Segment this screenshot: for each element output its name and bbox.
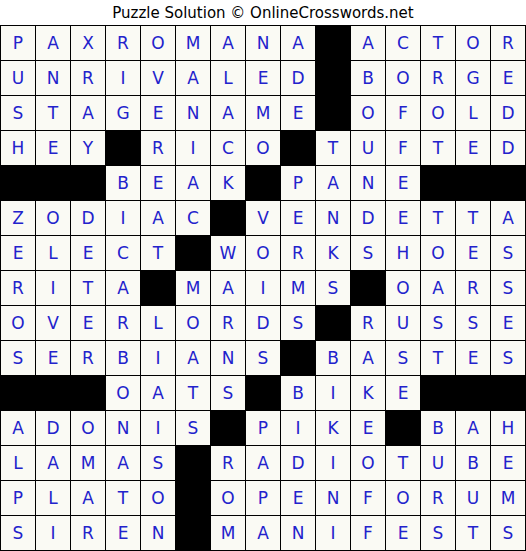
letter-cell: I — [106, 201, 140, 235]
letter-cell: I — [106, 61, 140, 95]
letter-cell: A — [176, 61, 210, 95]
letter-cell: N — [141, 516, 175, 550]
block-cell — [141, 271, 175, 305]
block-cell — [211, 411, 245, 445]
block-cell — [176, 516, 210, 550]
letter-cell: A — [246, 516, 280, 550]
letter-cell: L — [1, 446, 35, 480]
letter-cell: E — [106, 516, 140, 550]
letter-cell: T — [71, 271, 105, 305]
letter-cell: D — [491, 131, 525, 165]
letter-cell: O — [421, 236, 455, 270]
letter-cell: M — [281, 271, 315, 305]
block-cell — [421, 166, 455, 200]
letter-cell: T — [456, 201, 490, 235]
letter-cell: O — [386, 481, 420, 515]
letter-cell: D — [491, 96, 525, 130]
letter-cell: Y — [71, 131, 105, 165]
letter-cell: E — [456, 341, 490, 375]
letter-cell: T — [421, 201, 455, 235]
letter-cell: D — [246, 306, 280, 340]
letter-cell: R — [211, 446, 245, 480]
letter-cell: S — [491, 271, 525, 305]
letter-cell: T — [36, 96, 70, 130]
letter-cell: O — [71, 411, 105, 445]
letter-cell: S — [141, 446, 175, 480]
block-cell — [456, 376, 490, 410]
letter-cell: F — [386, 131, 420, 165]
block-cell — [176, 446, 210, 480]
letter-cell: I — [316, 376, 350, 410]
letter-cell: S — [491, 341, 525, 375]
block-cell — [176, 236, 210, 270]
letter-cell: G — [106, 96, 140, 130]
letter-cell: I — [141, 341, 175, 375]
letter-cell: S — [1, 96, 35, 130]
letter-cell: I — [316, 446, 350, 480]
letter-cell: E — [281, 201, 315, 235]
block-cell — [71, 376, 105, 410]
block-cell — [421, 376, 455, 410]
letter-cell: S — [491, 516, 525, 550]
letter-cell: R — [71, 516, 105, 550]
letter-cell: A — [141, 376, 175, 410]
letter-cell: O — [456, 26, 490, 60]
block-cell — [246, 376, 280, 410]
letter-cell: A — [246, 446, 280, 480]
letter-cell: P — [281, 166, 315, 200]
letter-cell: N — [281, 516, 315, 550]
letter-cell: B — [351, 61, 385, 95]
letter-cell: L — [36, 236, 70, 270]
letter-cell: L — [141, 306, 175, 340]
letter-cell: U — [421, 446, 455, 480]
letter-cell: N — [316, 201, 350, 235]
letter-cell: V — [36, 306, 70, 340]
letter-cell: S — [1, 516, 35, 550]
letter-cell: A — [106, 446, 140, 480]
letter-cell: A — [456, 411, 490, 445]
letter-cell: P — [246, 481, 280, 515]
letter-cell: M — [491, 481, 525, 515]
letter-cell: M — [246, 96, 280, 130]
letter-cell: N — [316, 481, 350, 515]
letter-cell: O — [141, 26, 175, 60]
letter-cell: H — [386, 236, 420, 270]
letter-cell: E — [456, 131, 490, 165]
letter-cell: O — [246, 131, 280, 165]
letter-cell: R — [1, 271, 35, 305]
letter-cell: L — [36, 481, 70, 515]
letter-cell: T — [316, 131, 350, 165]
letter-cell: N — [351, 166, 385, 200]
letter-cell: R — [106, 26, 140, 60]
letter-cell: O — [351, 446, 385, 480]
letter-cell: T — [421, 26, 455, 60]
letter-cell: R — [456, 271, 490, 305]
letter-cell: T — [141, 236, 175, 270]
letter-cell: R — [71, 61, 105, 95]
letter-cell: I — [281, 411, 315, 445]
letter-cell: E — [386, 201, 420, 235]
letter-cell: E — [36, 131, 70, 165]
letter-cell: I — [316, 516, 350, 550]
letter-cell: U — [351, 131, 385, 165]
letter-cell: S — [211, 376, 245, 410]
block-cell — [246, 166, 280, 200]
letter-cell: A — [36, 446, 70, 480]
block-cell — [316, 96, 350, 130]
letter-cell: I — [176, 131, 210, 165]
letter-cell: N — [211, 341, 245, 375]
letter-cell: R — [421, 481, 455, 515]
letter-cell: R — [351, 306, 385, 340]
letter-cell: S — [456, 306, 490, 340]
letter-cell: A — [71, 481, 105, 515]
letter-cell: E — [491, 306, 525, 340]
letter-cell: R — [71, 341, 105, 375]
letter-cell: S — [316, 271, 350, 305]
letter-cell: O — [1, 306, 35, 340]
letter-cell: E — [246, 61, 280, 95]
block-cell — [316, 306, 350, 340]
letter-cell: L — [456, 96, 490, 130]
letter-cell: A — [176, 341, 210, 375]
block-cell — [491, 376, 525, 410]
letter-cell: O — [141, 481, 175, 515]
letter-cell: U — [386, 306, 420, 340]
letter-cell: E — [491, 61, 525, 95]
letter-cell: R — [211, 306, 245, 340]
letter-cell: A — [141, 201, 175, 235]
block-cell — [1, 166, 35, 200]
letter-cell: P — [246, 411, 280, 445]
letter-cell: P — [1, 481, 35, 515]
letter-cell: S — [421, 306, 455, 340]
letter-cell: K — [351, 376, 385, 410]
letter-cell: A — [1, 411, 35, 445]
block-cell — [211, 201, 245, 235]
letter-cell: Z — [1, 201, 35, 235]
letter-cell: O — [421, 96, 455, 130]
letter-cell: S — [246, 341, 280, 375]
letter-cell: A — [491, 201, 525, 235]
letter-cell: A — [71, 96, 105, 130]
letter-cell: R — [106, 306, 140, 340]
letter-cell: O — [386, 61, 420, 95]
letter-cell: N — [106, 411, 140, 445]
block-cell — [316, 61, 350, 95]
letter-cell: E — [386, 166, 420, 200]
letter-cell: A — [106, 271, 140, 305]
letter-cell: X — [71, 26, 105, 60]
block-cell — [386, 411, 420, 445]
letter-cell: O — [211, 481, 245, 515]
letter-cell: M — [176, 271, 210, 305]
letter-cell: I — [36, 516, 70, 550]
letter-cell: E — [281, 481, 315, 515]
letter-cell: E — [36, 341, 70, 375]
letter-cell: B — [106, 341, 140, 375]
letter-cell: S — [386, 341, 420, 375]
block-cell — [36, 166, 70, 200]
block-cell — [176, 481, 210, 515]
letter-cell: A — [316, 166, 350, 200]
crossword-solution-page: Puzzle Solution © OnlineCrosswords.net P… — [0, 0, 526, 551]
letter-cell: S — [281, 306, 315, 340]
letter-cell: T — [106, 481, 140, 515]
letter-cell: E — [456, 236, 490, 270]
letter-cell: O — [351, 96, 385, 130]
block-cell — [316, 26, 350, 60]
letter-cell: S — [176, 411, 210, 445]
letter-cell: O — [106, 376, 140, 410]
letter-cell: N — [36, 61, 70, 95]
letter-cell: H — [491, 411, 525, 445]
letter-cell: A — [421, 271, 455, 305]
letter-cell: A — [351, 341, 385, 375]
letter-cell: I — [246, 271, 280, 305]
letter-cell: V — [246, 201, 280, 235]
letter-cell: A — [176, 166, 210, 200]
letter-cell: B — [421, 411, 455, 445]
letter-cell: K — [316, 411, 350, 445]
letter-cell: O — [386, 271, 420, 305]
letter-cell: R — [141, 131, 175, 165]
letter-cell: D — [281, 61, 315, 95]
letter-cell: A — [211, 26, 245, 60]
letter-cell: C — [106, 236, 140, 270]
letter-cell: E — [491, 446, 525, 480]
letter-cell: M — [211, 516, 245, 550]
letter-cell: O — [36, 201, 70, 235]
letter-cell: T — [176, 376, 210, 410]
block-cell — [36, 376, 70, 410]
letter-cell: A — [211, 96, 245, 130]
letter-cell: E — [386, 516, 420, 550]
letter-cell: D — [36, 411, 70, 445]
letter-cell: K — [211, 166, 245, 200]
letter-cell: W — [211, 236, 245, 270]
letter-cell: S — [491, 236, 525, 270]
letter-cell: I — [141, 411, 175, 445]
letter-cell: V — [141, 61, 175, 95]
letter-cell: M — [71, 446, 105, 480]
letter-cell: U — [1, 61, 35, 95]
letter-cell: U — [456, 481, 490, 515]
letter-cell: F — [351, 516, 385, 550]
block-cell — [71, 166, 105, 200]
letter-cell: B — [316, 341, 350, 375]
page-title: Puzzle Solution © OnlineCrosswords.net — [0, 0, 526, 25]
letter-cell: K — [316, 236, 350, 270]
letter-cell: E — [351, 411, 385, 445]
letter-cell: A — [211, 271, 245, 305]
letter-cell: E — [141, 166, 175, 200]
letter-cell: F — [386, 96, 420, 130]
block-cell — [491, 166, 525, 200]
letter-cell: A — [36, 26, 70, 60]
letter-cell: D — [351, 201, 385, 235]
letter-cell: O — [176, 306, 210, 340]
letter-cell: C — [176, 201, 210, 235]
letter-cell: T — [456, 516, 490, 550]
letter-cell: T — [386, 446, 420, 480]
letter-cell: R — [491, 26, 525, 60]
letter-cell: D — [281, 446, 315, 480]
letter-cell: B — [456, 446, 490, 480]
letter-cell: N — [246, 26, 280, 60]
letter-cell: S — [1, 341, 35, 375]
letter-cell: T — [421, 131, 455, 165]
letter-cell: E — [141, 96, 175, 130]
letter-cell: C — [386, 26, 420, 60]
letter-cell: E — [71, 236, 105, 270]
letter-cell: A — [281, 26, 315, 60]
letter-cell: E — [1, 236, 35, 270]
letter-cell: B — [281, 376, 315, 410]
letter-cell: E — [386, 376, 420, 410]
letter-cell: C — [211, 131, 245, 165]
letter-cell: E — [71, 306, 105, 340]
letter-cell: M — [176, 26, 210, 60]
block-cell — [1, 376, 35, 410]
letter-cell: H — [1, 131, 35, 165]
letter-cell: R — [281, 236, 315, 270]
letter-cell: T — [421, 341, 455, 375]
letter-cell: R — [421, 61, 455, 95]
letter-cell: D — [71, 201, 105, 235]
block-cell — [106, 131, 140, 165]
letter-cell: O — [246, 236, 280, 270]
letter-cell: S — [351, 236, 385, 270]
letter-cell: F — [351, 481, 385, 515]
letter-cell: B — [106, 166, 140, 200]
letter-cell: A — [351, 26, 385, 60]
letter-cell: E — [281, 96, 315, 130]
block-cell — [281, 131, 315, 165]
letter-cell: I — [36, 271, 70, 305]
letter-cell: S — [421, 516, 455, 550]
letter-cell: N — [176, 96, 210, 130]
crossword-grid: PAXROMANAACTORUNRIVALEDBORGESTAGENAMEOFO… — [0, 25, 526, 551]
block-cell — [281, 341, 315, 375]
letter-cell: P — [1, 26, 35, 60]
letter-cell: L — [211, 61, 245, 95]
block-cell — [351, 271, 385, 305]
block-cell — [456, 166, 490, 200]
letter-cell: G — [456, 61, 490, 95]
